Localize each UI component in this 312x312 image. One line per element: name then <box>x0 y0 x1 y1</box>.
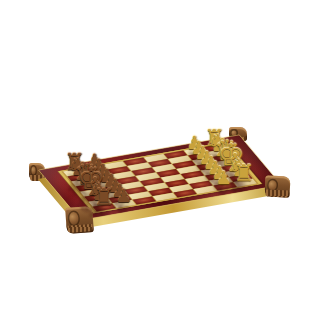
chess-set-photo: ♜♟♞♟♝♟♛♟♚♟♟♜♝♟♟♞♞♟♟♝♜♟♟♛♟♚♟♝♟♞♟♜ ♜♟♞♟♝♟♛… <box>0 0 312 312</box>
piece-black-pawn[interactable]: ♟ <box>116 187 132 205</box>
piece-white-pawn[interactable]: ♟ <box>216 170 232 188</box>
piece-black-rook[interactable]: ♜ <box>93 186 114 209</box>
piece-white-rook[interactable]: ♜ <box>233 162 254 185</box>
pieces-layer: ♜♟♞♟♝♟♛♟♚♟♟♜♝♟♟♞♞♟♟♝♜♟♟♛♟♚♟♝♟♞♟♜ <box>0 0 312 312</box>
